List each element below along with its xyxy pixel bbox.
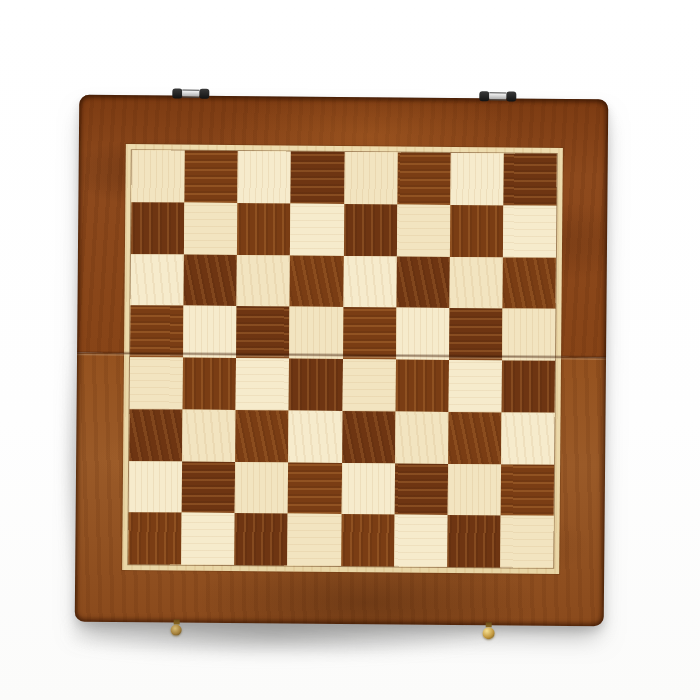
square-b8[interactable] <box>184 151 238 203</box>
square-d7[interactable] <box>290 203 344 255</box>
square-g4[interactable] <box>448 360 502 412</box>
square-c5[interactable] <box>236 306 290 358</box>
square-d3[interactable] <box>288 410 342 462</box>
square-b1[interactable] <box>181 513 235 565</box>
square-h7[interactable] <box>503 205 557 257</box>
square-b6[interactable] <box>184 254 238 306</box>
square-e8[interactable] <box>344 152 398 204</box>
square-a3[interactable] <box>129 409 183 461</box>
square-f3[interactable] <box>395 411 449 463</box>
square-e6[interactable] <box>343 256 397 308</box>
square-f8[interactable] <box>397 152 451 204</box>
square-f1[interactable] <box>394 515 448 567</box>
square-c8[interactable] <box>238 151 292 203</box>
square-a2[interactable] <box>129 461 183 513</box>
square-a1[interactable] <box>128 512 182 564</box>
square-e3[interactable] <box>342 411 396 463</box>
square-d5[interactable] <box>289 307 343 359</box>
square-g1[interactable] <box>447 515 501 567</box>
hinge-bar-icon <box>182 89 199 97</box>
square-e4[interactable] <box>342 359 396 411</box>
latch-knob-left <box>171 620 183 637</box>
hinge-cap-icon <box>479 91 489 101</box>
square-d6[interactable] <box>290 255 344 307</box>
square-f2[interactable] <box>394 463 448 515</box>
square-d4[interactable] <box>289 359 343 411</box>
square-g7[interactable] <box>450 205 504 257</box>
square-g6[interactable] <box>449 256 503 308</box>
square-h2[interactable] <box>501 464 555 516</box>
latch-knob-right <box>483 622 495 639</box>
square-h3[interactable] <box>501 412 555 464</box>
hinge-bar-icon <box>489 92 506 100</box>
latch-ball-icon <box>483 627 495 639</box>
square-b3[interactable] <box>182 409 236 461</box>
chess-board-box <box>75 95 609 627</box>
square-h4[interactable] <box>501 360 555 412</box>
square-c7[interactable] <box>237 203 291 255</box>
hinge-cap-icon <box>506 91 516 101</box>
hinge-cap-icon <box>199 88 209 98</box>
square-h5[interactable] <box>502 309 556 361</box>
hinge-cap-icon <box>172 88 182 98</box>
square-h8[interactable] <box>503 153 557 205</box>
square-c1[interactable] <box>234 513 288 565</box>
latch-ball-icon <box>171 625 182 636</box>
square-b7[interactable] <box>184 202 238 254</box>
square-b4[interactable] <box>183 358 237 410</box>
square-a5[interactable] <box>130 305 184 357</box>
square-d2[interactable] <box>288 462 342 514</box>
square-d8[interactable] <box>291 152 345 204</box>
square-f7[interactable] <box>397 204 451 256</box>
photo-background <box>0 0 700 700</box>
square-e7[interactable] <box>343 204 397 256</box>
square-e2[interactable] <box>341 463 395 515</box>
square-h1[interactable] <box>500 516 554 568</box>
square-h6[interactable] <box>502 257 556 309</box>
square-g8[interactable] <box>450 153 504 205</box>
square-e1[interactable] <box>341 514 395 566</box>
square-f4[interactable] <box>395 359 449 411</box>
square-g5[interactable] <box>449 308 503 360</box>
square-c6[interactable] <box>237 255 291 307</box>
square-a4[interactable] <box>130 357 184 409</box>
square-b2[interactable] <box>182 461 236 513</box>
square-a7[interactable] <box>131 202 185 254</box>
square-c4[interactable] <box>236 358 290 410</box>
square-f5[interactable] <box>396 308 450 360</box>
square-c3[interactable] <box>235 410 289 462</box>
square-f6[interactable] <box>396 256 450 308</box>
square-g3[interactable] <box>448 412 502 464</box>
square-a6[interactable] <box>130 254 184 306</box>
square-g2[interactable] <box>447 463 501 515</box>
hinge-right <box>479 90 516 101</box>
square-a8[interactable] <box>131 150 185 202</box>
hinge-left <box>172 88 209 99</box>
square-d1[interactable] <box>288 514 342 566</box>
square-c2[interactable] <box>235 462 289 514</box>
square-b5[interactable] <box>183 306 237 358</box>
square-e5[interactable] <box>343 307 397 359</box>
